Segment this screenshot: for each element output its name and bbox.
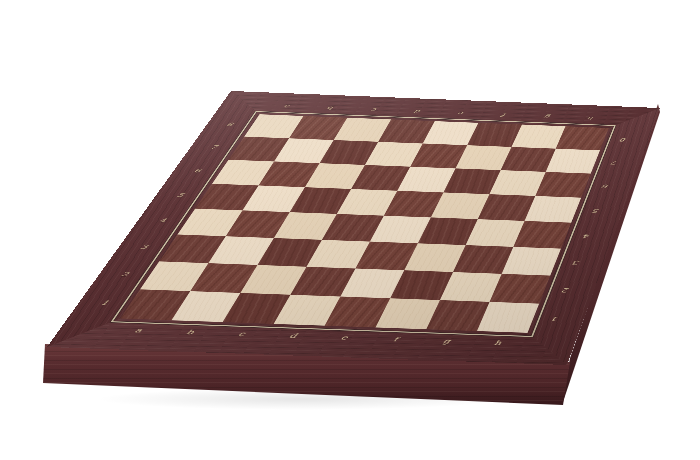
rank-label-1-right: 1 [524, 304, 585, 335]
rank-label-5-right: 5 [568, 198, 624, 225]
rank-label-6-right: 6 [578, 173, 633, 199]
chessboard-photo: aabbccddeeffgghh1122334455667788 [0, 0, 700, 460]
board-surface: aabbccddeeffgghh1122334455667788 [47, 91, 660, 365]
rank-label-7-right: 7 [588, 150, 641, 175]
file-label-h-top: h [564, 107, 616, 130]
rank-label-8-right: 8 [597, 128, 649, 152]
rank-label-3-right: 3 [547, 248, 605, 277]
rank-label-2-right: 2 [536, 275, 596, 305]
rank-label-4-right: 4 [558, 223, 615, 251]
